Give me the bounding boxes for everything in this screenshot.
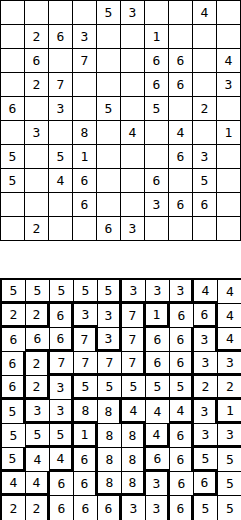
solution-cell: 7 xyxy=(74,328,98,352)
clue-cell xyxy=(25,193,48,216)
solution-cell: 3 xyxy=(218,352,241,376)
clue-cell: 1 xyxy=(73,145,96,168)
solution-cell: 5 xyxy=(98,280,122,304)
clue-cell xyxy=(73,217,96,240)
clue-cell: 3 xyxy=(217,73,240,96)
solution-cell: 3 xyxy=(122,496,146,520)
clue-cell: 6 xyxy=(73,169,96,192)
solution-cell: 6 xyxy=(170,472,194,496)
clue-cell xyxy=(169,1,192,24)
clue-cell xyxy=(1,25,24,48)
clue-cell: 6 xyxy=(169,73,192,96)
clue-cell: 6 xyxy=(25,49,48,72)
clue-cell: 3 xyxy=(145,193,168,216)
solution-cell: 6 xyxy=(194,472,218,496)
solution-cell: 4 xyxy=(170,400,194,424)
solution-cell: 6 xyxy=(146,352,170,376)
solution-cell: 8 xyxy=(122,472,146,496)
solution-cell: 3 xyxy=(146,280,170,304)
solution-cell: 3 xyxy=(98,328,122,352)
solution-cell: 6 xyxy=(170,328,194,352)
solution-cell: 5 xyxy=(50,280,74,304)
clue-cell xyxy=(1,73,24,96)
clue-cell xyxy=(121,73,144,96)
clue-cell xyxy=(145,217,168,240)
clue-cell xyxy=(217,25,240,48)
solution-cell: 3 xyxy=(146,472,170,496)
solution-cell: 4 xyxy=(218,328,241,352)
clue-cell xyxy=(193,217,216,240)
clue-cell: 4 xyxy=(121,121,144,144)
clue-cell xyxy=(1,193,24,216)
clue-cell: 1 xyxy=(145,25,168,48)
clue-cell xyxy=(121,97,144,120)
clue-cell xyxy=(145,121,168,144)
clue-cell xyxy=(193,73,216,96)
clue-cell xyxy=(169,25,192,48)
clue-cell xyxy=(145,145,168,168)
clue-cell xyxy=(25,169,48,192)
solution-cell: 2 xyxy=(2,496,26,520)
fillomino-puzzle-page: 5342631676642766363552384415516354665636… xyxy=(0,0,241,520)
solution-cell: 4 xyxy=(146,424,170,448)
solution-cell: 6 xyxy=(50,304,74,328)
solution-cell: 1 xyxy=(218,400,241,424)
clue-cell: 5 xyxy=(97,1,120,24)
clue-cell xyxy=(97,49,120,72)
solution-cell: 6 xyxy=(170,496,194,520)
solution-cell: 4 xyxy=(218,280,241,304)
solution-cell: 6 xyxy=(26,328,50,352)
clue-cell xyxy=(121,193,144,216)
clue-cell xyxy=(217,1,240,24)
clue-cell xyxy=(97,145,120,168)
clue-cell: 6 xyxy=(73,193,96,216)
clue-cell: 2 xyxy=(25,25,48,48)
solution-cell: 6 xyxy=(74,496,98,520)
clue-cell xyxy=(49,121,72,144)
solution-cell: 8 xyxy=(98,424,122,448)
solution-cell: 6 xyxy=(2,376,26,400)
solution-cell: 6 xyxy=(98,496,122,520)
solution-cell: 8 xyxy=(122,448,146,472)
solution-cell: 3 xyxy=(122,280,146,304)
clue-cell xyxy=(121,145,144,168)
clue-cell: 2 xyxy=(193,97,216,120)
solution-cell: 5 xyxy=(218,448,241,472)
clue-cell: 4 xyxy=(217,49,240,72)
solution-cell: 6 xyxy=(50,496,74,520)
clue-cell: 3 xyxy=(121,1,144,24)
clue-cell: 3 xyxy=(193,145,216,168)
solution-cell: 4 xyxy=(26,448,50,472)
clue-cell xyxy=(169,97,192,120)
clue-cell: 3 xyxy=(121,217,144,240)
clue-cell xyxy=(1,121,24,144)
clue-cell: 6 xyxy=(1,97,24,120)
solution-cell: 6 xyxy=(146,328,170,352)
solution-cell: 3 xyxy=(50,400,74,424)
clue-cell: 7 xyxy=(73,49,96,72)
clue-cell: 4 xyxy=(193,1,216,24)
clue-cell: 6 xyxy=(193,193,216,216)
clue-cell xyxy=(217,217,240,240)
solution-cell: 2 xyxy=(218,376,241,400)
solution-cell: 3 xyxy=(26,400,50,424)
solution-cell: 7 xyxy=(98,352,122,376)
solution-cell: 5 xyxy=(194,448,218,472)
solution-cell: 5 xyxy=(74,280,98,304)
clue-cell xyxy=(193,49,216,72)
solution-cell: 5 xyxy=(26,280,50,304)
solution-cell: 4 xyxy=(218,304,241,328)
clue-cell xyxy=(73,97,96,120)
solution-cell: 1 xyxy=(146,304,170,328)
clue-cell xyxy=(49,217,72,240)
clue-cell xyxy=(73,73,96,96)
solution-cell: 2 xyxy=(2,304,26,328)
clue-cell: 5 xyxy=(193,169,216,192)
solution-cell: 4 xyxy=(2,472,26,496)
solution-cell: 8 xyxy=(98,400,122,424)
solution-cell: 3 xyxy=(194,424,218,448)
solution-cell: 6 xyxy=(146,448,170,472)
solution-cell: 5 xyxy=(2,448,26,472)
clue-cell xyxy=(1,217,24,240)
solution-cell: 3 xyxy=(218,424,241,448)
solution-cell: 6 xyxy=(194,304,218,328)
solution-cell: 4 xyxy=(26,472,50,496)
clue-cell: 6 xyxy=(169,145,192,168)
clue-cell xyxy=(1,1,24,24)
solution-grid: 5555533344226337166466673766346277776633… xyxy=(0,278,241,520)
solution-cell: 3 xyxy=(170,280,194,304)
clue-cell: 6 xyxy=(145,169,168,192)
clue-cell: 3 xyxy=(25,121,48,144)
solution-cell: 2 xyxy=(26,304,50,328)
clue-cell xyxy=(121,49,144,72)
solution-cell: 5 xyxy=(50,424,74,448)
solution-cell: 7 xyxy=(50,352,74,376)
solution-cell: 6 xyxy=(2,352,26,376)
solution-cell: 5 xyxy=(2,400,26,424)
solution-cell: 6 xyxy=(170,448,194,472)
clue-cell: 6 xyxy=(49,25,72,48)
solution-cell: 3 xyxy=(74,304,98,328)
solution-cell: 3 xyxy=(98,304,122,328)
solution-cell: 5 xyxy=(218,472,241,496)
solution-cell: 5 xyxy=(26,424,50,448)
clue-cell xyxy=(193,121,216,144)
solution-cell: 3 xyxy=(194,328,218,352)
clue-cell: 6 xyxy=(169,49,192,72)
solution-cell: 1 xyxy=(74,424,98,448)
clue-cell: 4 xyxy=(49,169,72,192)
solution-cell: 8 xyxy=(98,472,122,496)
clue-cell xyxy=(97,121,120,144)
clue-cell xyxy=(217,97,240,120)
solution-cell: 6 xyxy=(170,304,194,328)
clue-cell xyxy=(49,1,72,24)
solution-cell: 6 xyxy=(50,472,74,496)
clue-cell: 5 xyxy=(1,169,24,192)
solution-cell: 2 xyxy=(26,496,50,520)
clue-cell xyxy=(145,1,168,24)
solution-cell: 5 xyxy=(98,376,122,400)
solution-cell: 6 xyxy=(170,424,194,448)
clue-cell: 5 xyxy=(97,97,120,120)
solution-cell: 5 xyxy=(194,496,218,520)
clue-cell: 7 xyxy=(49,73,72,96)
solution-cell: 5 xyxy=(146,376,170,400)
solution-cell: 2 xyxy=(26,376,50,400)
solution-cell: 7 xyxy=(122,328,146,352)
clue-cell xyxy=(25,1,48,24)
clue-cell xyxy=(217,193,240,216)
clue-cell xyxy=(97,73,120,96)
clue-cell xyxy=(121,25,144,48)
solution-cell: 8 xyxy=(98,448,122,472)
solution-cell: 7 xyxy=(122,304,146,328)
solution-cell: 4 xyxy=(146,400,170,424)
solution-cell: 5 xyxy=(218,496,241,520)
solution-cell: 6 xyxy=(74,472,98,496)
clue-cell: 3 xyxy=(49,97,72,120)
clue-cell xyxy=(97,25,120,48)
solution-cell: 3 xyxy=(194,352,218,376)
clue-cell: 6 xyxy=(145,49,168,72)
clue-cell xyxy=(121,169,144,192)
solution-cell: 5 xyxy=(2,280,26,304)
solution-cell: 4 xyxy=(50,448,74,472)
clue-cell: 5 xyxy=(49,145,72,168)
solution-cell: 2 xyxy=(194,376,218,400)
clue-cell xyxy=(49,193,72,216)
solution-cell: 7 xyxy=(122,352,146,376)
clue-cell xyxy=(97,193,120,216)
clue-cell xyxy=(217,169,240,192)
clue-cell xyxy=(25,145,48,168)
solution-cell: 3 xyxy=(50,376,74,400)
clue-cell: 8 xyxy=(73,121,96,144)
solution-cell: 3 xyxy=(146,496,170,520)
clue-cell xyxy=(97,169,120,192)
clue-grid: 5342631676642766363552384415516354665636… xyxy=(0,0,241,241)
clue-cell: 6 xyxy=(97,217,120,240)
solution-cell: 5 xyxy=(2,424,26,448)
solution-cell: 3 xyxy=(194,400,218,424)
clue-cell: 5 xyxy=(145,97,168,120)
clue-cell: 1 xyxy=(217,121,240,144)
clue-cell: 2 xyxy=(25,217,48,240)
solution-cell: 5 xyxy=(170,376,194,400)
clue-cell: 6 xyxy=(145,73,168,96)
clue-cell xyxy=(169,217,192,240)
solution-cell: 6 xyxy=(2,328,26,352)
clue-cell xyxy=(1,49,24,72)
solution-cell: 4 xyxy=(122,400,146,424)
clue-cell xyxy=(49,49,72,72)
solution-cell: 6 xyxy=(50,328,74,352)
clue-cell xyxy=(169,169,192,192)
solution-cell: 7 xyxy=(74,352,98,376)
solution-cell: 6 xyxy=(170,352,194,376)
clue-cell: 6 xyxy=(169,193,192,216)
clue-cell xyxy=(193,25,216,48)
clue-cell xyxy=(25,97,48,120)
solution-cell: 4 xyxy=(194,280,218,304)
solution-cell: 5 xyxy=(74,376,98,400)
clue-cell xyxy=(73,1,96,24)
clue-cell: 4 xyxy=(169,121,192,144)
clue-cell: 5 xyxy=(1,145,24,168)
clue-cell: 2 xyxy=(25,73,48,96)
clue-cell: 3 xyxy=(73,25,96,48)
solution-cell: 6 xyxy=(74,448,98,472)
clue-cell xyxy=(217,145,240,168)
solution-cell: 2 xyxy=(26,352,50,376)
solution-cell: 8 xyxy=(74,400,98,424)
solution-cell: 8 xyxy=(122,424,146,448)
solution-cell: 5 xyxy=(122,376,146,400)
